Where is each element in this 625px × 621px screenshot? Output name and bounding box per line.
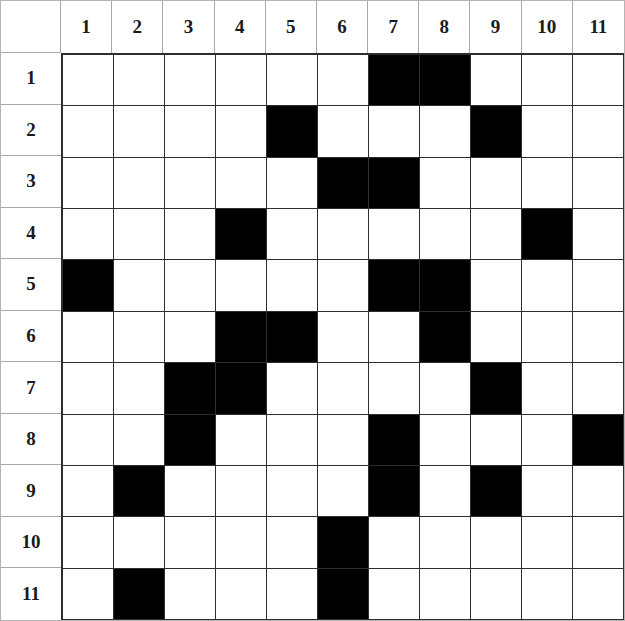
white-cell-r7c2[interactable]: [114, 363, 165, 414]
column-header-2: 2: [112, 1, 163, 53]
white-cell-r8c5[interactable]: [267, 415, 318, 466]
white-cell-r8c6[interactable]: [318, 415, 369, 466]
white-cell-r10c2[interactable]: [114, 517, 165, 568]
white-cell-r8c2[interactable]: [114, 415, 165, 466]
white-cell-r5c6[interactable]: [318, 260, 369, 311]
white-cell-r1c6[interactable]: [318, 55, 369, 106]
corner-cell: [1, 1, 61, 53]
puzzle-grid: [61, 53, 624, 620]
white-cell-r11c1[interactable]: [63, 569, 114, 620]
white-cell-r6c1[interactable]: [63, 312, 114, 363]
white-cell-r6c3[interactable]: [165, 312, 216, 363]
white-cell-r6c9[interactable]: [471, 312, 522, 363]
row-header-4: 4: [1, 208, 61, 260]
black-cell-r6c4: [216, 312, 267, 363]
white-cell-r7c10[interactable]: [522, 363, 573, 414]
white-cell-r4c2[interactable]: [114, 209, 165, 260]
black-cell-r10c6: [318, 517, 369, 568]
column-header-3: 3: [163, 1, 214, 53]
white-cell-r2c11[interactable]: [573, 106, 624, 157]
white-cell-r2c10[interactable]: [522, 106, 573, 157]
row-header-6: 6: [1, 311, 61, 363]
white-cell-r10c3[interactable]: [165, 517, 216, 568]
black-cell-r11c6: [318, 569, 369, 620]
white-cell-r9c10[interactable]: [522, 466, 573, 517]
white-cell-r2c1[interactable]: [63, 106, 114, 157]
white-cell-r6c2[interactable]: [114, 312, 165, 363]
row-headers: 1234567891011: [1, 53, 61, 620]
white-cell-r3c8[interactable]: [420, 158, 471, 209]
row-header-2: 2: [1, 105, 61, 157]
white-cell-r9c3[interactable]: [165, 466, 216, 517]
white-cell-r1c10[interactable]: [522, 55, 573, 106]
white-cell-r8c1[interactable]: [63, 415, 114, 466]
black-cell-r11c2: [114, 569, 165, 620]
white-cell-r6c7[interactable]: [369, 312, 420, 363]
black-cell-r8c3: [165, 415, 216, 466]
white-cell-r5c2[interactable]: [114, 260, 165, 311]
white-cell-r6c6[interactable]: [318, 312, 369, 363]
white-cell-r11c4[interactable]: [216, 569, 267, 620]
column-header-7: 7: [368, 1, 419, 53]
white-cell-r10c1[interactable]: [63, 517, 114, 568]
white-cell-r6c10[interactable]: [522, 312, 573, 363]
column-header-6: 6: [317, 1, 368, 53]
white-cell-r5c9[interactable]: [471, 260, 522, 311]
black-cell-r6c8: [420, 312, 471, 363]
row-header-1: 1: [1, 53, 61, 105]
white-cell-r8c4[interactable]: [216, 415, 267, 466]
row-header-9: 9: [1, 465, 61, 517]
column-header-10: 10: [522, 1, 573, 53]
white-cell-r9c1[interactable]: [63, 466, 114, 517]
black-cell-r7c3: [165, 363, 216, 414]
white-cell-r11c3[interactable]: [165, 569, 216, 620]
white-cell-r5c4[interactable]: [216, 260, 267, 311]
white-cell-r3c4[interactable]: [216, 158, 267, 209]
white-cell-r3c10[interactable]: [522, 158, 573, 209]
white-cell-r9c6[interactable]: [318, 466, 369, 517]
column-header-11: 11: [573, 1, 624, 53]
white-cell-r1c1[interactable]: [63, 55, 114, 106]
white-cell-r1c2[interactable]: [114, 55, 165, 106]
white-cell-r4c7[interactable]: [369, 209, 420, 260]
white-cell-r4c6[interactable]: [318, 209, 369, 260]
row-header-5: 5: [1, 259, 61, 311]
white-cell-r3c1[interactable]: [63, 158, 114, 209]
white-cell-r4c1[interactable]: [63, 209, 114, 260]
white-cell-r8c9[interactable]: [471, 415, 522, 466]
white-cell-r2c4[interactable]: [216, 106, 267, 157]
black-cell-r2c9: [471, 106, 522, 157]
white-cell-r10c5[interactable]: [267, 517, 318, 568]
row-header-8: 8: [1, 414, 61, 466]
white-cell-r10c7[interactable]: [369, 517, 420, 568]
white-cell-r2c8[interactable]: [420, 106, 471, 157]
white-cell-r2c6[interactable]: [318, 106, 369, 157]
white-cell-r10c8[interactable]: [420, 517, 471, 568]
white-cell-r11c5[interactable]: [267, 569, 318, 620]
white-cell-r2c2[interactable]: [114, 106, 165, 157]
white-cell-r11c9[interactable]: [471, 569, 522, 620]
white-cell-r3c2[interactable]: [114, 158, 165, 209]
column-headers: 1234567891011: [61, 1, 624, 53]
white-cell-r11c10[interactable]: [522, 569, 573, 620]
white-cell-r5c11[interactable]: [573, 260, 624, 311]
white-cell-r1c3[interactable]: [165, 55, 216, 106]
row-header-11: 11: [1, 568, 61, 620]
row-header-10: 10: [1, 517, 61, 569]
black-cell-r8c11: [573, 415, 624, 466]
black-cell-r5c8: [420, 260, 471, 311]
white-cell-r7c1[interactable]: [63, 363, 114, 414]
white-cell-r7c11[interactable]: [573, 363, 624, 414]
white-cell-r3c5[interactable]: [267, 158, 318, 209]
white-cell-r11c8[interactable]: [420, 569, 471, 620]
white-cell-r2c7[interactable]: [369, 106, 420, 157]
white-cell-r9c5[interactable]: [267, 466, 318, 517]
black-cell-r7c4: [216, 363, 267, 414]
white-cell-r10c10[interactable]: [522, 517, 573, 568]
column-header-5: 5: [266, 1, 317, 53]
white-cell-r4c11[interactable]: [573, 209, 624, 260]
white-cell-r11c7[interactable]: [369, 569, 420, 620]
white-cell-r5c10[interactable]: [522, 260, 573, 311]
white-cell-r1c11[interactable]: [573, 55, 624, 106]
black-cell-r5c1: [63, 260, 114, 311]
white-cell-r4c8[interactable]: [420, 209, 471, 260]
black-cell-r9c2: [114, 466, 165, 517]
white-cell-r5c3[interactable]: [165, 260, 216, 311]
white-cell-r4c3[interactable]: [165, 209, 216, 260]
column-header-1: 1: [61, 1, 112, 53]
white-cell-r1c5[interactable]: [267, 55, 318, 106]
white-cell-r10c4[interactable]: [216, 517, 267, 568]
white-cell-r11c11[interactable]: [573, 569, 624, 620]
black-cell-r3c6: [318, 158, 369, 209]
black-cell-r8c7: [369, 415, 420, 466]
white-cell-r10c11[interactable]: [573, 517, 624, 568]
white-cell-r8c10[interactable]: [522, 415, 573, 466]
black-cell-r3c7: [369, 158, 420, 209]
white-cell-r3c9[interactable]: [471, 158, 522, 209]
column-header-4: 4: [215, 1, 266, 53]
row-header-3: 3: [1, 156, 61, 208]
black-cell-r2c5: [267, 106, 318, 157]
white-cell-r3c3[interactable]: [165, 158, 216, 209]
black-cell-r5c7: [369, 260, 420, 311]
white-cell-r9c4[interactable]: [216, 466, 267, 517]
white-cell-r6c11[interactable]: [573, 312, 624, 363]
white-cell-r4c9[interactable]: [471, 209, 522, 260]
white-cell-r9c11[interactable]: [573, 466, 624, 517]
white-cell-r9c8[interactable]: [420, 466, 471, 517]
column-header-8: 8: [419, 1, 470, 53]
black-cell-r1c8: [420, 55, 471, 106]
white-cell-r5c5[interactable]: [267, 260, 318, 311]
white-cell-r10c9[interactable]: [471, 517, 522, 568]
white-cell-r8c8[interactable]: [420, 415, 471, 466]
black-cell-r4c4: [216, 209, 267, 260]
crossword-board: 1234567891011 1234567891011: [0, 0, 625, 621]
white-cell-r4c5[interactable]: [267, 209, 318, 260]
black-cell-r4c10: [522, 209, 573, 260]
white-cell-r3c11[interactable]: [573, 158, 624, 209]
row-header-7: 7: [1, 362, 61, 414]
black-cell-r1c7: [369, 55, 420, 106]
white-cell-r2c3[interactable]: [165, 106, 216, 157]
black-cell-r9c9: [471, 466, 522, 517]
white-cell-r7c6[interactable]: [318, 363, 369, 414]
white-cell-r7c5[interactable]: [267, 363, 318, 414]
white-cell-r7c7[interactable]: [369, 363, 420, 414]
white-cell-r1c9[interactable]: [471, 55, 522, 106]
black-cell-r9c7: [369, 466, 420, 517]
black-cell-r6c5: [267, 312, 318, 363]
white-cell-r1c4[interactable]: [216, 55, 267, 106]
black-cell-r7c9: [471, 363, 522, 414]
white-cell-r7c8[interactable]: [420, 363, 471, 414]
column-header-9: 9: [470, 1, 521, 53]
